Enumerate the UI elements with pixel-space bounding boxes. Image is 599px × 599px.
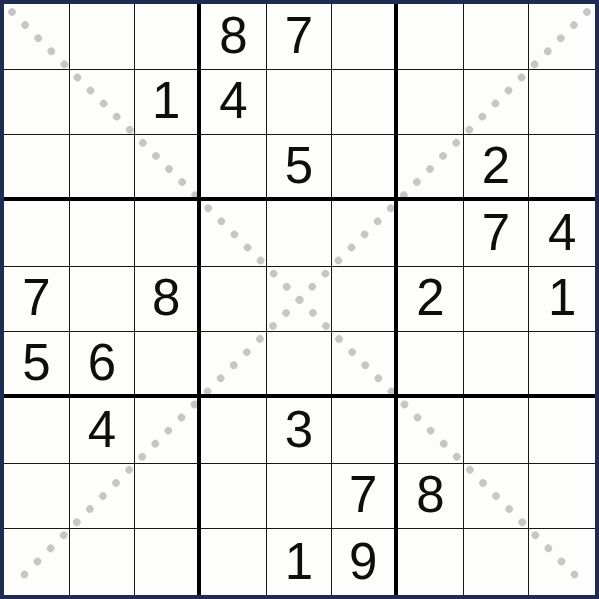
cell-r4c7[interactable]	[398, 201, 464, 267]
cell-r9c2[interactable]	[70, 529, 136, 595]
cell-r1c7[interactable]	[398, 4, 464, 70]
cell-r1c6[interactable]	[332, 4, 398, 70]
given-digit: 7	[285, 10, 313, 61]
cell-r8c2[interactable]	[70, 464, 136, 530]
cell-r2c7[interactable]	[398, 70, 464, 136]
cell-r3c4[interactable]	[201, 135, 267, 201]
given-digit: 1	[285, 536, 313, 587]
cell-r8c9[interactable]	[529, 464, 595, 530]
cell-r7c2[interactable]: 4	[70, 398, 136, 464]
cell-r3c5[interactable]: 5	[267, 135, 333, 201]
cell-r2c6[interactable]	[332, 70, 398, 136]
cell-r7c5[interactable]: 3	[267, 398, 333, 464]
given-digit: 1	[548, 272, 576, 323]
given-digit: 1	[152, 75, 180, 126]
cell-r9c5[interactable]: 1	[267, 529, 333, 595]
sudoku-grid: 87145274782156437819	[4, 4, 595, 595]
cell-r5c5[interactable]	[267, 267, 333, 333]
cell-r1c8[interactable]	[464, 4, 530, 70]
given-digit: 5	[22, 337, 50, 388]
given-digit: 3	[285, 404, 313, 455]
cell-r1c1[interactable]	[4, 4, 70, 70]
cell-r6c2[interactable]: 6	[70, 332, 136, 398]
given-digit: 4	[219, 75, 247, 126]
cell-r9c3[interactable]	[135, 529, 201, 595]
cell-r5c3[interactable]: 8	[135, 267, 201, 333]
cell-r6c3[interactable]	[135, 332, 201, 398]
cell-r9c6[interactable]: 9	[332, 529, 398, 595]
cell-r6c1[interactable]: 5	[4, 332, 70, 398]
cell-r9c1[interactable]	[4, 529, 70, 595]
cell-r6c5[interactable]	[267, 332, 333, 398]
cell-r1c4[interactable]: 8	[201, 4, 267, 70]
cell-r1c5[interactable]: 7	[267, 4, 333, 70]
given-digit: 6	[88, 337, 116, 388]
cell-r8c6[interactable]: 7	[332, 464, 398, 530]
cell-r6c6[interactable]	[332, 332, 398, 398]
given-digit: 8	[219, 10, 247, 61]
cell-r3c7[interactable]	[398, 135, 464, 201]
cell-r8c7[interactable]: 8	[398, 464, 464, 530]
sudoku-board: 87145274782156437819	[0, 0, 599, 599]
cell-r9c7[interactable]	[398, 529, 464, 595]
cell-r4c6[interactable]	[332, 201, 398, 267]
cell-r8c3[interactable]	[135, 464, 201, 530]
cell-r5c2[interactable]	[70, 267, 136, 333]
cell-r4c2[interactable]	[70, 201, 136, 267]
cell-r9c9[interactable]	[529, 529, 595, 595]
cell-r7c4[interactable]	[201, 398, 267, 464]
cell-r3c2[interactable]	[70, 135, 136, 201]
cell-r8c1[interactable]	[4, 464, 70, 530]
given-digit: 5	[285, 140, 313, 191]
given-digit: 9	[349, 536, 377, 587]
given-digit: 8	[152, 272, 180, 323]
cell-r8c4[interactable]	[201, 464, 267, 530]
cell-r3c6[interactable]	[332, 135, 398, 201]
cell-r4c5[interactable]	[267, 201, 333, 267]
given-digit: 7	[482, 207, 510, 258]
cell-r2c9[interactable]	[529, 70, 595, 136]
cell-r4c3[interactable]	[135, 201, 201, 267]
cell-r5c4[interactable]	[201, 267, 267, 333]
cell-r3c3[interactable]	[135, 135, 201, 201]
cell-r5c1[interactable]: 7	[4, 267, 70, 333]
cell-r7c7[interactable]	[398, 398, 464, 464]
cell-r9c4[interactable]	[201, 529, 267, 595]
given-digit: 7	[349, 469, 377, 520]
cell-r6c9[interactable]	[529, 332, 595, 398]
given-digit: 2	[416, 272, 444, 323]
cell-r3c8[interactable]: 2	[464, 135, 530, 201]
given-digit: 7	[22, 272, 50, 323]
cell-r2c2[interactable]	[70, 70, 136, 136]
cell-r7c6[interactable]	[332, 398, 398, 464]
cell-r2c1[interactable]	[4, 70, 70, 136]
cell-r5c6[interactable]	[332, 267, 398, 333]
cell-r7c8[interactable]	[464, 398, 530, 464]
cell-r8c5[interactable]	[267, 464, 333, 530]
cell-r7c1[interactable]	[4, 398, 70, 464]
cell-r3c1[interactable]	[4, 135, 70, 201]
cell-r5c9[interactable]: 1	[529, 267, 595, 333]
cell-r5c7[interactable]: 2	[398, 267, 464, 333]
cell-r7c9[interactable]	[529, 398, 595, 464]
cell-r1c2[interactable]	[70, 4, 136, 70]
given-digit: 8	[416, 469, 444, 520]
cell-r4c1[interactable]	[4, 201, 70, 267]
cell-r2c3[interactable]: 1	[135, 70, 201, 136]
cell-r4c9[interactable]: 4	[529, 201, 595, 267]
cell-r8c8[interactable]	[464, 464, 530, 530]
given-digit: 2	[482, 140, 510, 191]
cell-r2c5[interactable]	[267, 70, 333, 136]
cell-r9c8[interactable]	[464, 529, 530, 595]
cell-r6c4[interactable]	[201, 332, 267, 398]
cell-r5c8[interactable]	[464, 267, 530, 333]
cell-r6c7[interactable]	[398, 332, 464, 398]
cell-r3c9[interactable]	[529, 135, 595, 201]
cell-r7c3[interactable]	[135, 398, 201, 464]
cell-r6c8[interactable]	[464, 332, 530, 398]
given-digit: 4	[548, 207, 576, 258]
cell-r4c8[interactable]: 7	[464, 201, 530, 267]
cell-r2c8[interactable]	[464, 70, 530, 136]
given-digit: 4	[88, 404, 116, 455]
cell-r1c9[interactable]	[529, 4, 595, 70]
cell-r1c3[interactable]	[135, 4, 201, 70]
cell-r4c4[interactable]	[201, 201, 267, 267]
cell-r2c4[interactable]: 4	[201, 70, 267, 136]
